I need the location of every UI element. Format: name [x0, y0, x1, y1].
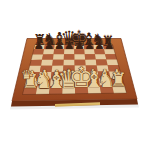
piece-black-p-h7[interactable]: ♟ — [104, 41, 114, 52]
piece-white-q-spare0[interactable]: ♛ — [21, 68, 32, 80]
piece-black-p-a7[interactable]: ♟ — [33, 40, 44, 52]
piece-black-p-f7[interactable]: ♟ — [84, 41, 94, 53]
piece-black-p-b7[interactable]: ♟ — [44, 40, 55, 52]
pieces-layer: ♜♞♝♛♚♝♞♜♟♟♟♟♟♟♟♟♟♟♟♟♟♟♟♟♜♞♝♛♚♝♞♜♛ — [0, 0, 150, 150]
chess-set-photo: ♜♞♝♛♚♝♞♜♟♟♟♟♟♟♟♟♟♟♟♟♟♟♟♟♜♞♝♛♚♝♞♜♛ — [0, 0, 150, 150]
piece-black-p-d7[interactable]: ♟ — [64, 40, 74, 52]
piece-black-p-g7[interactable]: ♟ — [94, 41, 104, 52]
piece-white-r-h1[interactable]: ♜ — [110, 71, 127, 89]
piece-black-p-e7[interactable]: ♟ — [74, 40, 84, 52]
piece-black-p-c7[interactable]: ♟ — [54, 40, 64, 52]
